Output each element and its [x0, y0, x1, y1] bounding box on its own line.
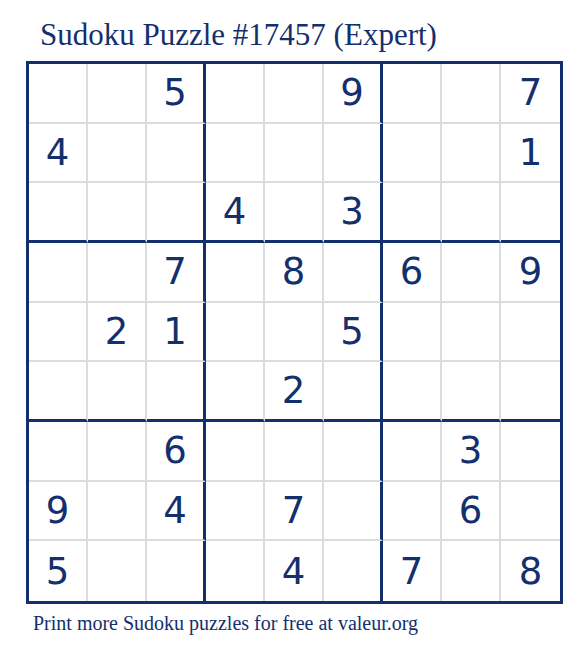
cell-r1c8-empty[interactable]	[442, 64, 501, 124]
cell-r5c4-empty[interactable]	[206, 303, 265, 363]
cell-r4c1-empty[interactable]	[29, 243, 88, 303]
cell-r3c9-empty[interactable]	[501, 183, 560, 243]
cell-r1c3-given[interactable]: 5	[147, 64, 206, 124]
cell-r2c3-empty[interactable]	[147, 124, 206, 184]
cell-r9c2-empty[interactable]	[88, 541, 147, 601]
cell-r2c9-given[interactable]: 1	[501, 124, 560, 184]
cell-r6c4-empty[interactable]	[206, 362, 265, 422]
cell-r4c8-empty[interactable]	[442, 243, 501, 303]
footer-text: Print more Sudoku puzzles for free at va…	[33, 612, 418, 635]
cell-r8c5-given[interactable]: 7	[265, 482, 324, 542]
cell-r3c2-empty[interactable]	[88, 183, 147, 243]
cell-r8c2-empty[interactable]	[88, 482, 147, 542]
cell-r8c6-empty[interactable]	[324, 482, 383, 542]
sudoku-page: Sudoku Puzzle #17457 (Expert) 5974143786…	[0, 0, 580, 651]
cell-r9c1-given[interactable]: 5	[29, 541, 88, 601]
cell-r4c4-empty[interactable]	[206, 243, 265, 303]
cell-r8c8-given[interactable]: 6	[442, 482, 501, 542]
cell-r3c6-given[interactable]: 3	[324, 183, 383, 243]
cell-r3c5-empty[interactable]	[265, 183, 324, 243]
cell-r8c3-given[interactable]: 4	[147, 482, 206, 542]
cell-r2c1-given[interactable]: 4	[29, 124, 88, 184]
cell-r8c1-given[interactable]: 9	[29, 482, 88, 542]
cell-r5c2-given[interactable]: 2	[88, 303, 147, 363]
cell-r7c7-empty[interactable]	[383, 422, 442, 482]
cell-r3c3-empty[interactable]	[147, 183, 206, 243]
cell-r5c7-empty[interactable]	[383, 303, 442, 363]
cell-r4c3-given[interactable]: 7	[147, 243, 206, 303]
cell-r5c6-given[interactable]: 5	[324, 303, 383, 363]
cell-r1c2-empty[interactable]	[88, 64, 147, 124]
cell-r1c4-empty[interactable]	[206, 64, 265, 124]
cell-r4c2-empty[interactable]	[88, 243, 147, 303]
cell-r7c4-empty[interactable]	[206, 422, 265, 482]
cell-r3c4-given[interactable]: 4	[206, 183, 265, 243]
cell-r6c7-empty[interactable]	[383, 362, 442, 422]
cell-r6c8-empty[interactable]	[442, 362, 501, 422]
cell-r5c3-given[interactable]: 1	[147, 303, 206, 363]
cell-r9c8-empty[interactable]	[442, 541, 501, 601]
cell-r4c7-given[interactable]: 6	[383, 243, 442, 303]
cell-r9c9-given[interactable]: 8	[501, 541, 560, 601]
cell-r3c1-empty[interactable]	[29, 183, 88, 243]
cell-r9c6-empty[interactable]	[324, 541, 383, 601]
cell-r2c5-empty[interactable]	[265, 124, 324, 184]
cell-r1c5-empty[interactable]	[265, 64, 324, 124]
cell-r6c2-empty[interactable]	[88, 362, 147, 422]
cell-r1c1-empty[interactable]	[29, 64, 88, 124]
cell-r5c5-empty[interactable]	[265, 303, 324, 363]
cell-r6c1-empty[interactable]	[29, 362, 88, 422]
cell-r7c1-empty[interactable]	[29, 422, 88, 482]
cell-r8c9-empty[interactable]	[501, 482, 560, 542]
cell-r6c3-empty[interactable]	[147, 362, 206, 422]
cell-r9c3-empty[interactable]	[147, 541, 206, 601]
cell-r2c7-empty[interactable]	[383, 124, 442, 184]
cell-r7c3-given[interactable]: 6	[147, 422, 206, 482]
cell-r2c8-empty[interactable]	[442, 124, 501, 184]
cell-r2c6-empty[interactable]	[324, 124, 383, 184]
cell-r6c5-given[interactable]: 2	[265, 362, 324, 422]
cell-r8c4-empty[interactable]	[206, 482, 265, 542]
cell-r9c4-empty[interactable]	[206, 541, 265, 601]
cell-r5c1-empty[interactable]	[29, 303, 88, 363]
cell-r1c9-given[interactable]: 7	[501, 64, 560, 124]
cell-r2c4-empty[interactable]	[206, 124, 265, 184]
cell-r6c9-empty[interactable]	[501, 362, 560, 422]
sudoku-grid: 5974143786921526394765478	[26, 61, 563, 604]
cell-r8c7-empty[interactable]	[383, 482, 442, 542]
cell-r2c2-empty[interactable]	[88, 124, 147, 184]
cell-r7c9-empty[interactable]	[501, 422, 560, 482]
cell-r7c8-given[interactable]: 3	[442, 422, 501, 482]
cell-r4c5-given[interactable]: 8	[265, 243, 324, 303]
cell-r3c8-empty[interactable]	[442, 183, 501, 243]
cell-r3c7-empty[interactable]	[383, 183, 442, 243]
cell-r5c8-empty[interactable]	[442, 303, 501, 363]
cell-r7c5-empty[interactable]	[265, 422, 324, 482]
cell-r7c6-empty[interactable]	[324, 422, 383, 482]
cell-r6c6-empty[interactable]	[324, 362, 383, 422]
cell-r1c6-given[interactable]: 9	[324, 64, 383, 124]
cell-r9c5-given[interactable]: 4	[265, 541, 324, 601]
cell-r4c9-given[interactable]: 9	[501, 243, 560, 303]
cell-r5c9-empty[interactable]	[501, 303, 560, 363]
page-title: Sudoku Puzzle #17457 (Expert)	[40, 17, 437, 53]
cell-r4c6-empty[interactable]	[324, 243, 383, 303]
cell-r9c7-given[interactable]: 7	[383, 541, 442, 601]
cell-r1c7-empty[interactable]	[383, 64, 442, 124]
cell-r7c2-empty[interactable]	[88, 422, 147, 482]
